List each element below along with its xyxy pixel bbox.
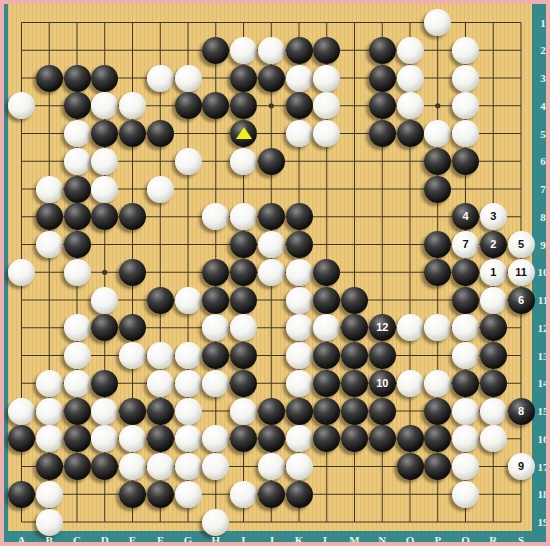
white-stone-O12[interactable]	[397, 314, 424, 341]
white-stone-O14[interactable]	[397, 370, 424, 397]
row-label-18: 18	[533, 488, 550, 500]
black-stone-Q6[interactable]	[452, 148, 479, 175]
column-label-R: R	[483, 534, 503, 546]
white-stone-B14[interactable]	[36, 370, 63, 397]
white-stone-E13[interactable]	[119, 342, 146, 369]
black-stone-J15[interactable]	[258, 398, 285, 425]
black-stone-N3[interactable]	[369, 65, 396, 92]
black-stone-L11[interactable]	[313, 287, 340, 314]
white-stone-Q13[interactable]	[452, 342, 479, 369]
white-stone-G18[interactable]	[175, 481, 202, 508]
black-stone-Q11[interactable]	[452, 287, 479, 314]
white-stone-D15[interactable]	[91, 398, 118, 425]
white-stone-F7[interactable]	[147, 176, 174, 203]
white-stone-G16[interactable]	[175, 425, 202, 452]
black-stone-P10[interactable]	[424, 259, 451, 286]
black-stone-C16[interactable]	[64, 425, 91, 452]
white-stone-B16[interactable]	[36, 425, 63, 452]
column-label-Q: Q	[456, 534, 476, 546]
black-stone-F11[interactable]	[147, 287, 174, 314]
white-stone-J17[interactable]	[258, 453, 285, 480]
white-stone-E17[interactable]	[119, 453, 146, 480]
black-stone-K9[interactable]	[286, 231, 313, 258]
black-stone-D14[interactable]	[91, 370, 118, 397]
black-stone-N14[interactable]: 10	[369, 370, 396, 397]
move-number-label: 7	[462, 239, 468, 250]
white-stone-K11[interactable]	[286, 287, 313, 314]
black-stone-C17[interactable]	[64, 453, 91, 480]
column-label-D: D	[95, 534, 115, 546]
column-label-F: F	[150, 534, 170, 546]
black-stone-L14[interactable]	[313, 370, 340, 397]
move-number-label: 1	[490, 267, 496, 278]
white-stone-S9[interactable]: 5	[508, 231, 535, 258]
white-stone-O4[interactable]	[397, 92, 424, 119]
move-number-label: 4	[462, 211, 468, 222]
black-stone-B17[interactable]	[36, 453, 63, 480]
black-stone-E18[interactable]	[119, 481, 146, 508]
column-label-E: E	[123, 534, 143, 546]
black-stone-I13[interactable]	[230, 342, 257, 369]
row-label-1: 1	[533, 17, 550, 29]
move-number-label: 12	[376, 322, 388, 333]
black-stone-E10[interactable]	[119, 259, 146, 286]
row-label-12: 12	[533, 322, 550, 334]
black-stone-P6[interactable]	[424, 148, 451, 175]
move-number-label: 3	[490, 211, 496, 222]
black-stone-E5[interactable]	[119, 120, 146, 147]
white-stone-R11[interactable]	[480, 287, 507, 314]
black-stone-K2[interactable]	[286, 37, 313, 64]
black-stone-Q10[interactable]	[452, 259, 479, 286]
black-stone-M15[interactable]	[341, 398, 368, 425]
black-stone-R9[interactable]: 2	[480, 231, 507, 258]
move-number-label: 9	[518, 461, 524, 472]
black-stone-I11[interactable]	[230, 287, 257, 314]
white-stone-K10[interactable]	[286, 259, 313, 286]
white-stone-C10[interactable]	[64, 259, 91, 286]
white-stone-Q9[interactable]: 7	[452, 231, 479, 258]
white-stone-G13[interactable]	[175, 342, 202, 369]
white-stone-O3[interactable]	[397, 65, 424, 92]
row-label-2: 2	[533, 44, 550, 56]
black-stone-F18[interactable]	[147, 481, 174, 508]
column-label-S: S	[511, 534, 531, 546]
black-stone-N15[interactable]	[369, 398, 396, 425]
row-label-3: 3	[533, 72, 550, 84]
white-stone-A10[interactable]	[8, 259, 35, 286]
black-stone-J16[interactable]	[258, 425, 285, 452]
white-stone-I15[interactable]	[230, 398, 257, 425]
column-label-O: O	[400, 534, 420, 546]
black-stone-H2[interactable]	[202, 37, 229, 64]
black-stone-M11[interactable]	[341, 287, 368, 314]
white-stone-O2[interactable]	[397, 37, 424, 64]
white-stone-Q15[interactable]	[452, 398, 479, 425]
white-stone-S10[interactable]: 11	[508, 259, 535, 286]
row-label-5: 5	[533, 128, 550, 140]
white-stone-K16[interactable]	[286, 425, 313, 452]
row-label-14: 14	[533, 377, 550, 389]
white-stone-K12[interactable]	[286, 314, 313, 341]
black-stone-B3[interactable]	[36, 65, 63, 92]
black-stone-J6[interactable]	[258, 148, 285, 175]
white-stone-J2[interactable]	[258, 37, 285, 64]
row-label-6: 6	[533, 155, 550, 167]
black-stone-O17[interactable]	[397, 453, 424, 480]
white-stone-G15[interactable]	[175, 398, 202, 425]
black-stone-K18[interactable]	[286, 481, 313, 508]
black-stone-I5[interactable]	[230, 120, 257, 147]
black-stone-P7[interactable]	[424, 176, 451, 203]
white-stone-Q17[interactable]	[452, 453, 479, 480]
black-stone-A18[interactable]	[8, 481, 35, 508]
white-stone-D11[interactable]	[91, 287, 118, 314]
white-stone-C5[interactable]	[64, 120, 91, 147]
white-stone-I6[interactable]	[230, 148, 257, 175]
black-stone-F16[interactable]	[147, 425, 174, 452]
column-label-K: K	[289, 534, 309, 546]
column-label-N: N	[372, 534, 392, 546]
black-stone-K15[interactable]	[286, 398, 313, 425]
column-label-A: A	[12, 534, 32, 546]
white-stone-F13[interactable]	[147, 342, 174, 369]
white-stone-B19[interactable]	[36, 509, 63, 536]
white-stone-D7[interactable]	[91, 176, 118, 203]
white-stone-K17[interactable]	[286, 453, 313, 480]
white-stone-Q5[interactable]	[452, 120, 479, 147]
row-label-16: 16	[533, 433, 550, 445]
white-stone-J9[interactable]	[258, 231, 285, 258]
black-stone-H10[interactable]	[202, 259, 229, 286]
black-stone-C9[interactable]	[64, 231, 91, 258]
black-stone-N2[interactable]	[369, 37, 396, 64]
row-label-19: 19	[533, 516, 550, 528]
white-stone-K3[interactable]	[286, 65, 313, 92]
white-stone-F3[interactable]	[147, 65, 174, 92]
white-stone-B7[interactable]	[36, 176, 63, 203]
row-label-13: 13	[533, 350, 550, 362]
row-label-4: 4	[533, 100, 550, 112]
black-stone-J3[interactable]	[258, 65, 285, 92]
black-stone-C3[interactable]	[64, 65, 91, 92]
white-stone-A15[interactable]	[8, 398, 35, 425]
column-label-B: B	[39, 534, 59, 546]
triangle-marker-icon	[236, 127, 252, 139]
white-stone-G11[interactable]	[175, 287, 202, 314]
white-stone-Q3[interactable]	[452, 65, 479, 92]
white-stone-K5[interactable]	[286, 120, 313, 147]
black-stone-N16[interactable]	[369, 425, 396, 452]
black-stone-R12[interactable]	[480, 314, 507, 341]
black-stone-K4[interactable]	[286, 92, 313, 119]
row-label-11: 11	[533, 294, 550, 306]
black-stone-N5[interactable]	[369, 120, 396, 147]
white-stone-G17[interactable]	[175, 453, 202, 480]
row-label-8: 8	[533, 211, 550, 223]
black-stone-O16[interactable]	[397, 425, 424, 452]
black-stone-L2[interactable]	[313, 37, 340, 64]
black-stone-K8[interactable]	[286, 203, 313, 230]
black-stone-C4[interactable]	[64, 92, 91, 119]
black-stone-O5[interactable]	[397, 120, 424, 147]
black-stone-P15[interactable]	[424, 398, 451, 425]
black-stone-B8[interactable]	[36, 203, 63, 230]
white-stone-P14[interactable]	[424, 370, 451, 397]
black-stone-Q14[interactable]	[452, 370, 479, 397]
go-diagram: 437251116121089 ABCDEFGHIJKLMNOPQRS 1234…	[0, 0, 550, 546]
white-stone-S17[interactable]: 9	[508, 453, 535, 480]
black-stone-L15[interactable]	[313, 398, 340, 425]
white-stone-B15[interactable]	[36, 398, 63, 425]
white-stone-I18[interactable]	[230, 481, 257, 508]
column-label-P: P	[428, 534, 448, 546]
row-label-9: 9	[533, 239, 550, 251]
black-stone-G4[interactable]	[175, 92, 202, 119]
black-stone-J18[interactable]	[258, 481, 285, 508]
white-stone-R16[interactable]	[480, 425, 507, 452]
black-stone-I9[interactable]	[230, 231, 257, 258]
black-stone-I3[interactable]	[230, 65, 257, 92]
black-stone-M13[interactable]	[341, 342, 368, 369]
black-stone-S15[interactable]: 8	[508, 398, 535, 425]
black-stone-S11[interactable]: 6	[508, 287, 535, 314]
white-stone-K14[interactable]	[286, 370, 313, 397]
move-number-label: 5	[518, 239, 524, 250]
column-label-H: H	[206, 534, 226, 546]
black-stone-D3[interactable]	[91, 65, 118, 92]
white-stone-Q2[interactable]	[452, 37, 479, 64]
black-stone-N4[interactable]	[369, 92, 396, 119]
black-stone-F15[interactable]	[147, 398, 174, 425]
white-stone-C12[interactable]	[64, 314, 91, 341]
black-stone-N12[interactable]: 12	[369, 314, 396, 341]
column-label-G: G	[178, 534, 198, 546]
black-stone-I10[interactable]	[230, 259, 257, 286]
white-stone-J10[interactable]	[258, 259, 285, 286]
white-stone-C13[interactable]	[64, 342, 91, 369]
black-stone-R13[interactable]	[480, 342, 507, 369]
black-stone-M14[interactable]	[341, 370, 368, 397]
white-stone-B9[interactable]	[36, 231, 63, 258]
black-stone-J8[interactable]	[258, 203, 285, 230]
black-stone-C8[interactable]	[64, 203, 91, 230]
black-stone-R14[interactable]	[480, 370, 507, 397]
white-stone-H14[interactable]	[202, 370, 229, 397]
white-stone-K13[interactable]	[286, 342, 313, 369]
black-stone-C7[interactable]	[64, 176, 91, 203]
row-label-17: 17	[533, 461, 550, 473]
move-number-label: 11	[515, 267, 527, 278]
white-stone-G14[interactable]	[175, 370, 202, 397]
white-stone-F14[interactable]	[147, 370, 174, 397]
column-label-I: I	[234, 534, 254, 546]
black-stone-N13[interactable]	[369, 342, 396, 369]
row-label-7: 7	[533, 183, 550, 195]
white-stone-R10[interactable]: 1	[480, 259, 507, 286]
move-number-label: 10	[376, 378, 388, 389]
column-label-J: J	[261, 534, 281, 546]
white-stone-Q18[interactable]	[452, 481, 479, 508]
white-stone-C14[interactable]	[64, 370, 91, 397]
black-stone-C15[interactable]	[64, 398, 91, 425]
white-stone-R15[interactable]	[480, 398, 507, 425]
white-stone-R8[interactable]: 3	[480, 203, 507, 230]
row-label-10: 10	[533, 266, 550, 278]
move-number-label: 6	[518, 295, 524, 306]
column-label-M: M	[345, 534, 365, 546]
white-stone-L3[interactable]	[313, 65, 340, 92]
row-label-15: 15	[533, 405, 550, 417]
white-stone-H19[interactable]	[202, 509, 229, 536]
black-stone-I14[interactable]	[230, 370, 257, 397]
black-stone-H11[interactable]	[202, 287, 229, 314]
black-stone-L10[interactable]	[313, 259, 340, 286]
black-stone-F5[interactable]	[147, 120, 174, 147]
white-stone-G6[interactable]	[175, 148, 202, 175]
white-stone-B18[interactable]	[36, 481, 63, 508]
white-stone-G3[interactable]	[175, 65, 202, 92]
white-stone-D6[interactable]	[91, 148, 118, 175]
move-number-label: 8	[518, 406, 524, 417]
white-stone-F17[interactable]	[147, 453, 174, 480]
black-stone-E15[interactable]	[119, 398, 146, 425]
white-stone-I2[interactable]	[230, 37, 257, 64]
column-label-C: C	[67, 534, 87, 546]
column-label-L: L	[317, 534, 337, 546]
move-number-label: 2	[490, 239, 496, 250]
white-stone-C6[interactable]	[64, 148, 91, 175]
